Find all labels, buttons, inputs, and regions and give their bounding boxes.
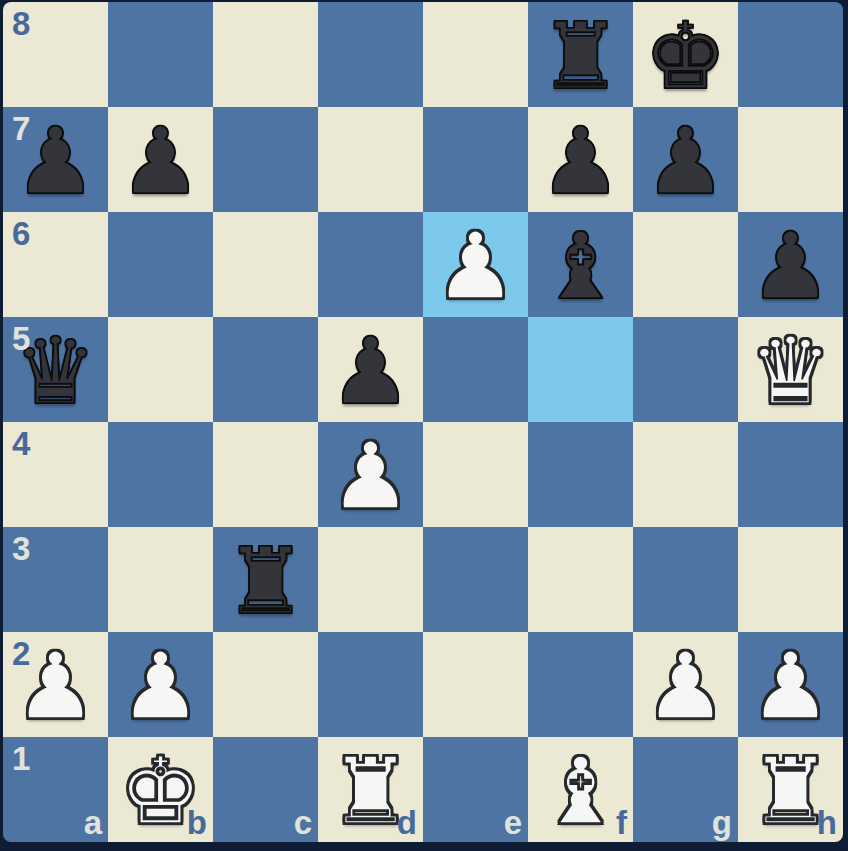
- square-b2[interactable]: ♟: [108, 632, 213, 737]
- white-pawn-e6[interactable]: ♟: [423, 214, 528, 319]
- square-h8[interactable]: [738, 2, 843, 107]
- square-c1[interactable]: c: [213, 737, 318, 842]
- file-label-f: f: [616, 806, 627, 839]
- square-d2[interactable]: [318, 632, 423, 737]
- square-e3[interactable]: [423, 527, 528, 632]
- rank-label-6: 6: [12, 217, 30, 250]
- square-c3[interactable]: ♜: [213, 527, 318, 632]
- square-b8[interactable]: [108, 2, 213, 107]
- square-f6[interactable]: ♝: [528, 212, 633, 317]
- square-f2[interactable]: [528, 632, 633, 737]
- black-pawn-b7[interactable]: ♟: [108, 109, 213, 214]
- square-a3[interactable]: 3: [3, 527, 108, 632]
- chess-board[interactable]: 8♜♚7♟♟♟♟6♟♝♟5♛♟♛4♟3♜2♟♟♟♟1ab♚cd♜ef♝gh♜: [3, 2, 843, 842]
- square-f8[interactable]: ♜: [528, 2, 633, 107]
- square-b1[interactable]: b♚: [108, 737, 213, 842]
- square-g2[interactable]: ♟: [633, 632, 738, 737]
- square-h1[interactable]: h♜: [738, 737, 843, 842]
- file-label-c: c: [294, 806, 312, 839]
- square-b3[interactable]: [108, 527, 213, 632]
- square-h2[interactable]: ♟: [738, 632, 843, 737]
- square-c6[interactable]: [213, 212, 318, 317]
- square-c2[interactable]: [213, 632, 318, 737]
- black-pawn-d5[interactable]: ♟: [318, 319, 423, 424]
- square-d7[interactable]: [318, 107, 423, 212]
- square-e2[interactable]: [423, 632, 528, 737]
- square-e7[interactable]: [423, 107, 528, 212]
- file-label-d: d: [397, 806, 417, 839]
- square-c8[interactable]: [213, 2, 318, 107]
- square-g4[interactable]: [633, 422, 738, 527]
- black-king-g8[interactable]: ♚: [633, 4, 738, 109]
- square-e4[interactable]: [423, 422, 528, 527]
- file-label-g: g: [712, 806, 732, 839]
- square-h5[interactable]: ♛: [738, 317, 843, 422]
- square-f7[interactable]: ♟: [528, 107, 633, 212]
- square-g7[interactable]: ♟: [633, 107, 738, 212]
- black-pawn-g7[interactable]: ♟: [633, 109, 738, 214]
- square-b6[interactable]: [108, 212, 213, 317]
- square-e1[interactable]: e: [423, 737, 528, 842]
- square-h4[interactable]: [738, 422, 843, 527]
- square-a4[interactable]: 4: [3, 422, 108, 527]
- white-queen-h5[interactable]: ♛: [738, 319, 843, 424]
- square-h6[interactable]: ♟: [738, 212, 843, 317]
- white-pawn-h2[interactable]: ♟: [738, 634, 843, 739]
- file-label-a: a: [84, 806, 102, 839]
- square-a7[interactable]: 7♟: [3, 107, 108, 212]
- file-label-b: b: [187, 806, 207, 839]
- square-a1[interactable]: 1a: [3, 737, 108, 842]
- square-c4[interactable]: [213, 422, 318, 527]
- rank-label-1: 1: [12, 742, 30, 775]
- rank-label-3: 3: [12, 532, 30, 565]
- rank-label-4: 4: [12, 427, 30, 460]
- black-bishop-f6[interactable]: ♝: [528, 214, 633, 319]
- square-e8[interactable]: [423, 2, 528, 107]
- square-f5[interactable]: [528, 317, 633, 422]
- file-label-e: e: [504, 806, 522, 839]
- square-c5[interactable]: [213, 317, 318, 422]
- square-a6[interactable]: 6: [3, 212, 108, 317]
- square-d1[interactable]: d♜: [318, 737, 423, 842]
- square-g3[interactable]: [633, 527, 738, 632]
- square-a5[interactable]: 5♛: [3, 317, 108, 422]
- file-label-h: h: [817, 806, 837, 839]
- square-g5[interactable]: [633, 317, 738, 422]
- square-f1[interactable]: f♝: [528, 737, 633, 842]
- square-d6[interactable]: [318, 212, 423, 317]
- rank-label-7: 7: [12, 112, 30, 145]
- black-rook-c3[interactable]: ♜: [213, 529, 318, 634]
- white-pawn-d4[interactable]: ♟: [318, 424, 423, 529]
- page-background: 8♜♚7♟♟♟♟6♟♝♟5♛♟♛4♟3♜2♟♟♟♟1ab♚cd♜ef♝gh♜: [0, 0, 848, 851]
- square-f3[interactable]: [528, 527, 633, 632]
- square-c7[interactable]: [213, 107, 318, 212]
- square-h7[interactable]: [738, 107, 843, 212]
- square-f4[interactable]: [528, 422, 633, 527]
- square-e5[interactable]: [423, 317, 528, 422]
- rank-label-5: 5: [12, 322, 30, 355]
- rank-label-8: 8: [12, 7, 30, 40]
- square-a8[interactable]: 8: [3, 2, 108, 107]
- white-pawn-b2[interactable]: ♟: [108, 634, 213, 739]
- rank-label-2: 2: [12, 637, 30, 670]
- square-g1[interactable]: g: [633, 737, 738, 842]
- square-b5[interactable]: [108, 317, 213, 422]
- square-h3[interactable]: [738, 527, 843, 632]
- square-b7[interactable]: ♟: [108, 107, 213, 212]
- square-d4[interactable]: ♟: [318, 422, 423, 527]
- square-g8[interactable]: ♚: [633, 2, 738, 107]
- black-pawn-f7[interactable]: ♟: [528, 109, 633, 214]
- square-a2[interactable]: 2♟: [3, 632, 108, 737]
- square-d8[interactable]: [318, 2, 423, 107]
- square-e6[interactable]: ♟: [423, 212, 528, 317]
- square-d5[interactable]: ♟: [318, 317, 423, 422]
- square-d3[interactable]: [318, 527, 423, 632]
- square-b4[interactable]: [108, 422, 213, 527]
- black-pawn-h6[interactable]: ♟: [738, 214, 843, 319]
- square-g6[interactable]: [633, 212, 738, 317]
- black-rook-f8[interactable]: ♜: [528, 4, 633, 109]
- white-pawn-g2[interactable]: ♟: [633, 634, 738, 739]
